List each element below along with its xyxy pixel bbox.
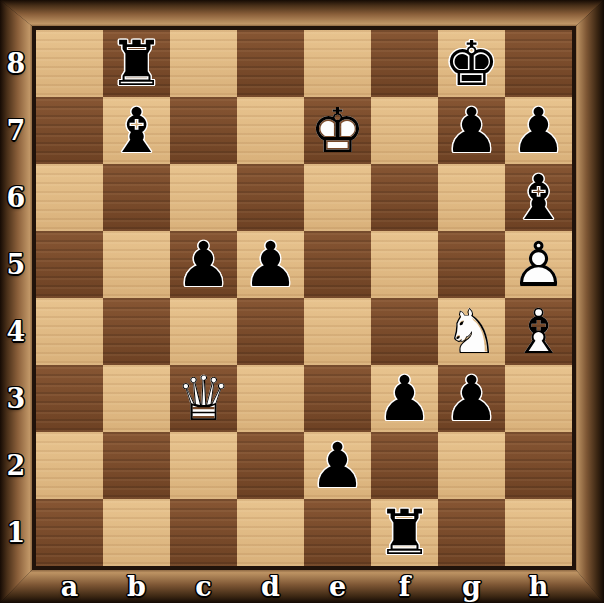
black-piece-glyph: ♝ [103,97,170,164]
square-d2[interactable] [237,432,304,499]
square-h5[interactable]: ♟♙ [505,231,572,298]
rank-label-1: 1 [0,499,32,566]
chess-board: ♜♚♝♚♔♟♟♝♟♟♟♙♞♘♝♗♛♕♟♟♟♜ [36,30,572,566]
black-piece-glyph: ♟ [371,365,438,432]
black-piece-glyph: ♟ [438,365,505,432]
square-c7[interactable] [170,97,237,164]
file-label-h: h [505,570,572,603]
board-frame-bottom [0,570,604,603]
file-label-e: e [304,570,371,603]
black-pawn-icon[interactable]: ♟ [237,231,304,298]
square-c3[interactable]: ♛♕ [170,365,237,432]
square-g7[interactable]: ♟ [438,97,505,164]
square-g6[interactable] [438,164,505,231]
square-f6[interactable] [371,164,438,231]
board-frame-top [0,0,604,26]
black-pawn-icon[interactable]: ♟ [170,231,237,298]
square-b5[interactable] [103,231,170,298]
black-pawn-icon[interactable]: ♟ [304,432,371,499]
black-pawn-icon[interactable]: ♟ [371,365,438,432]
square-h4[interactable]: ♝♗ [505,298,572,365]
black-piece-glyph: ♟ [304,432,371,499]
square-b7[interactable]: ♝ [103,97,170,164]
chess-diagram: ♜♚♝♚♔♟♟♝♟♟♟♙♞♘♝♗♛♕♟♟♟♜ 87654321 abcdefgh [0,0,604,603]
square-c5[interactable]: ♟ [170,231,237,298]
square-b2[interactable] [103,432,170,499]
black-piece-glyph: ♜ [103,30,170,97]
square-d8[interactable] [237,30,304,97]
white-pawn-icon[interactable]: ♟♙ [505,231,572,298]
square-f5[interactable] [371,231,438,298]
square-h8[interactable] [505,30,572,97]
white-bishop-icon[interactable]: ♝♗ [505,298,572,365]
square-h6[interactable]: ♝ [505,164,572,231]
square-f2[interactable] [371,432,438,499]
black-pawn-icon[interactable]: ♟ [438,97,505,164]
square-h7[interactable]: ♟ [505,97,572,164]
square-g3[interactable]: ♟ [438,365,505,432]
black-piece-glyph: ♜ [371,499,438,566]
square-e4[interactable] [304,298,371,365]
black-pawn-icon[interactable]: ♟ [438,365,505,432]
file-label-d: d [237,570,304,603]
square-g8[interactable]: ♚ [438,30,505,97]
white-piece-outline: ♗ [505,298,572,365]
file-labels: abcdefgh [36,570,572,603]
square-a4[interactable] [36,298,103,365]
board-frame-right [576,0,604,603]
square-h1[interactable] [505,499,572,566]
square-e8[interactable] [304,30,371,97]
board-frame-left [0,0,32,603]
rank-labels: 87654321 [0,30,32,566]
rank-label-8: 8 [0,30,32,97]
white-piece-outline: ♕ [170,365,237,432]
black-pawn-icon[interactable]: ♟ [505,97,572,164]
square-b8[interactable]: ♜ [103,30,170,97]
square-d3[interactable] [237,365,304,432]
rank-label-5: 5 [0,231,32,298]
square-d7[interactable] [237,97,304,164]
square-f1[interactable]: ♜ [371,499,438,566]
square-c8[interactable] [170,30,237,97]
square-a2[interactable] [36,432,103,499]
black-bishop-icon[interactable]: ♝ [103,97,170,164]
white-king-icon[interactable]: ♚♔ [304,97,371,164]
square-e2[interactable]: ♟ [304,432,371,499]
file-label-f: f [371,570,438,603]
rank-label-7: 7 [0,97,32,164]
square-e3[interactable] [304,365,371,432]
white-piece-outline: ♔ [304,97,371,164]
white-knight-icon[interactable]: ♞♘ [438,298,505,365]
square-a1[interactable] [36,499,103,566]
square-d4[interactable] [237,298,304,365]
square-b1[interactable] [103,499,170,566]
white-piece-outline: ♘ [438,298,505,365]
black-rook-icon[interactable]: ♜ [371,499,438,566]
square-f3[interactable]: ♟ [371,365,438,432]
square-c2[interactable] [170,432,237,499]
square-e5[interactable] [304,231,371,298]
square-g5[interactable] [438,231,505,298]
square-e1[interactable] [304,499,371,566]
rank-label-4: 4 [0,298,32,365]
white-piece-outline: ♙ [505,231,572,298]
black-piece-glyph: ♟ [438,97,505,164]
file-label-c: c [170,570,237,603]
white-queen-icon[interactable]: ♛♕ [170,365,237,432]
square-b6[interactable] [103,164,170,231]
square-b4[interactable] [103,298,170,365]
square-h3[interactable] [505,365,572,432]
black-bishop-icon[interactable]: ♝ [505,164,572,231]
square-d1[interactable] [237,499,304,566]
square-c6[interactable] [170,164,237,231]
square-a7[interactable] [36,97,103,164]
black-piece-glyph: ♝ [505,164,572,231]
file-label-a: a [36,570,103,603]
black-piece-glyph: ♟ [170,231,237,298]
square-c1[interactable] [170,499,237,566]
rank-label-6: 6 [0,164,32,231]
rank-label-2: 2 [0,432,32,499]
square-b3[interactable] [103,365,170,432]
square-d5[interactable]: ♟ [237,231,304,298]
square-h2[interactable] [505,432,572,499]
rank-label-3: 3 [0,365,32,432]
black-piece-glyph: ♟ [237,231,304,298]
square-e6[interactable] [304,164,371,231]
black-piece-glyph: ♟ [505,97,572,164]
square-c4[interactable] [170,298,237,365]
file-label-g: g [438,570,505,603]
square-a6[interactable] [36,164,103,231]
square-a3[interactable] [36,365,103,432]
square-g2[interactable] [438,432,505,499]
square-d6[interactable] [237,164,304,231]
square-f4[interactable] [371,298,438,365]
square-g4[interactable]: ♞♘ [438,298,505,365]
square-f8[interactable] [371,30,438,97]
black-rook-icon[interactable]: ♜ [103,30,170,97]
square-a5[interactable] [36,231,103,298]
file-label-b: b [103,570,170,603]
square-a8[interactable] [36,30,103,97]
black-piece-glyph: ♚ [438,30,505,97]
square-f7[interactable] [371,97,438,164]
square-g1[interactable] [438,499,505,566]
black-king-icon[interactable]: ♚ [438,30,505,97]
square-e7[interactable]: ♚♔ [304,97,371,164]
